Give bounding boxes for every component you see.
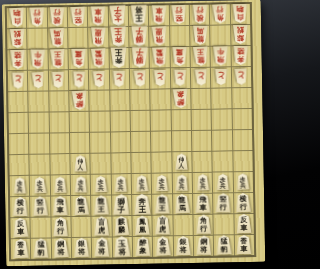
- shogi-piece[interactable]: 奔王: [133, 194, 151, 215]
- shogi-piece[interactable]: 仲人: [74, 155, 87, 171]
- shogi-piece[interactable]: 龍王: [154, 194, 170, 213]
- shogi-piece[interactable]: 歩兵: [196, 174, 210, 190]
- shogi-piece[interactable]: 歩兵: [236, 173, 250, 190]
- piece-face: と: [92, 71, 106, 87]
- square-f6-r3[interactable]: 奔王: [109, 48, 129, 68]
- square-f11-r8[interactable]: [213, 151, 233, 171]
- square-f10-r6[interactable]: [192, 110, 212, 130]
- square-f8-r11[interactable]: 盲虎: [153, 215, 173, 235]
- piece-kanji: 兵: [98, 185, 104, 191]
- piece-face: 香車: [237, 235, 253, 254]
- shogi-piece[interactable]: 歩兵: [74, 176, 87, 192]
- shogi-piece[interactable]: 麒麟: [114, 216, 130, 236]
- piece-face: 歩兵: [33, 177, 47, 194]
- square-f3-r5[interactable]: [49, 91, 69, 111]
- shogi-piece[interactable]: 横行: [12, 197, 28, 216]
- square-f5-r4[interactable]: と: [89, 69, 109, 89]
- square-f4-r6[interactable]: [70, 112, 90, 132]
- shogi-piece[interactable]: 竪行: [32, 196, 48, 216]
- piece-kanji: 行: [74, 8, 81, 15]
- shogi-piece[interactable]: 竪行: [70, 7, 86, 27]
- square-f6-r7[interactable]: [111, 132, 131, 152]
- piece-face: 歩兵: [176, 175, 189, 191]
- square-f8-r5[interactable]: [151, 89, 171, 109]
- square-f1-r7[interactable]: [9, 134, 29, 154]
- square-f12-r10[interactable]: 横行: [234, 193, 254, 213]
- shogi-piece[interactable]: 醉象: [173, 89, 189, 109]
- square-f4-r10[interactable]: 龍馬: [71, 196, 91, 216]
- square-f5-r1[interactable]: 飛車: [88, 6, 108, 26]
- square-f1-r11[interactable]: 反車: [10, 218, 30, 238]
- shogi-piece[interactable]: 仲人: [175, 154, 188, 170]
- square-f12-r5[interactable]: [232, 88, 252, 108]
- square-f6-r4[interactable]: と: [110, 69, 130, 89]
- shogi-piece[interactable]: 飛鹿: [90, 27, 106, 46]
- shogi-piece[interactable]: 鯨鯢: [9, 29, 25, 49]
- square-f10-r5[interactable]: [191, 89, 211, 109]
- piece-face: 角鷹: [71, 49, 87, 68]
- shogi-piece[interactable]: 飛牛: [213, 46, 229, 65]
- piece-face: と: [234, 68, 248, 85]
- square-f8-r2[interactable]: 飛鹿: [149, 26, 169, 46]
- shogi-piece[interactable]: 白駒: [8, 8, 24, 28]
- shogi-piece[interactable]: 飛牛: [30, 49, 46, 68]
- piece-face: と: [52, 72, 65, 88]
- square-f3-r1[interactable]: 横行: [47, 7, 67, 27]
- square-f3-r9[interactable]: 歩兵: [50, 175, 70, 195]
- square-f8-r8[interactable]: [152, 152, 172, 172]
- square-f2-r5[interactable]: [29, 91, 49, 111]
- square-f10-r12[interactable]: 銅将: [194, 236, 214, 256]
- piece-kanji: 鯨: [237, 33, 244, 40]
- piece-kanji: 行: [220, 204, 227, 211]
- piece-face: 白駒: [8, 8, 24, 28]
- shogi-piece[interactable]: 玉将: [113, 236, 131, 257]
- shogi-piece[interactable]: 龍王: [192, 46, 208, 66]
- square-f11-r7[interactable]: [212, 130, 232, 150]
- square-f8-r12[interactable]: 金将: [153, 236, 173, 256]
- piece-face: 猛豹: [216, 235, 232, 255]
- piece-kanji: 横: [54, 16, 61, 23]
- square-f3-r3[interactable]: 龍王: [48, 49, 68, 69]
- shogi-piece[interactable]: 横行: [192, 5, 208, 24]
- square-f6-r6[interactable]: [110, 111, 130, 131]
- piece-face: 飛鹿: [151, 26, 167, 46]
- square-f3-r8[interactable]: [50, 154, 70, 174]
- shogi-piece[interactable]: 奔王: [110, 26, 128, 47]
- square-f12-r12[interactable]: 香車: [234, 235, 254, 255]
- shogi-piece[interactable]: 獅子: [113, 194, 130, 215]
- square-f11-r10[interactable]: 竪行: [213, 193, 233, 213]
- shogi-piece[interactable]: 盲虎: [155, 215, 171, 234]
- shogi-piece[interactable]: 歩兵: [94, 176, 108, 192]
- shogi-piece[interactable]: 飛鷲: [152, 47, 168, 67]
- square-f7-r8[interactable]: [131, 153, 151, 173]
- piece-kanji: 飛: [34, 58, 41, 65]
- square-f1-r2[interactable]: 鯨鯢: [7, 29, 27, 49]
- piece-kanji: 将: [200, 246, 207, 253]
- square-f6-r5[interactable]: [110, 90, 130, 110]
- square-f2-r6[interactable]: [29, 112, 49, 132]
- square-f1-r9[interactable]: 歩兵: [10, 176, 30, 196]
- shogi-piece[interactable]: 猛豹: [216, 235, 232, 255]
- chu-shogi-board: 白駒角行横行竪行飛車太子王将飛車竪行横行角行白駒鯨鯢龍馬飛鹿奔王獅子飛鹿龍馬鯨鯢…: [2, 0, 266, 266]
- shogi-piece[interactable]: 角行: [53, 217, 69, 236]
- shogi-piece[interactable]: と: [31, 72, 45, 89]
- square-f5-r2[interactable]: 飛鹿: [88, 27, 108, 47]
- piece-face: 麒麟: [114, 216, 130, 236]
- shogi-piece[interactable]: 歩兵: [13, 178, 26, 194]
- square-f11-r12[interactable]: 猛豹: [214, 235, 234, 255]
- square-f5-r7[interactable]: [90, 132, 110, 152]
- piece-kanji: 行: [216, 5, 223, 13]
- square-f7-r9[interactable]: 歩兵: [132, 174, 152, 194]
- piece-kanji: 角: [177, 56, 184, 63]
- shogi-piece[interactable]: 龍馬: [73, 195, 89, 215]
- square-f9-r4[interactable]: と: [171, 68, 191, 88]
- piece-kanji: 行: [33, 9, 40, 16]
- square-f1-r10[interactable]: 横行: [10, 197, 30, 217]
- square-f1-r12[interactable]: 香車: [11, 239, 31, 259]
- square-f4-r1[interactable]: 竪行: [68, 7, 88, 27]
- square-f4-r3[interactable]: 角鷹: [69, 49, 89, 69]
- shogi-piece[interactable]: 歩兵: [176, 175, 189, 191]
- piece-face: 歩兵: [13, 178, 26, 194]
- square-f4-r4[interactable]: と: [69, 70, 89, 90]
- shogi-piece[interactable]: 歩兵: [115, 176, 128, 192]
- piece-face: 飛車: [90, 7, 106, 26]
- square-f4-r7[interactable]: [70, 133, 90, 153]
- shogi-piece[interactable]: 香車: [13, 239, 29, 259]
- shogi-piece[interactable]: 歩兵: [54, 177, 67, 193]
- shogi-piece[interactable]: と: [215, 69, 228, 85]
- piece-kanji: 凰: [139, 226, 146, 233]
- shogi-piece[interactable]: 鳳凰: [134, 216, 150, 235]
- shogi-piece[interactable]: 龍馬: [174, 194, 190, 214]
- shogi-piece[interactable]: 飛鷲: [90, 48, 106, 68]
- piece-kanji: 横: [196, 13, 203, 20]
- square-f8-r4[interactable]: と: [150, 68, 170, 88]
- square-f4-r11[interactable]: [71, 217, 91, 237]
- piece-kanji: 牛: [217, 48, 224, 55]
- piece-kanji: 鯨: [13, 37, 20, 44]
- square-f9-r7[interactable]: [172, 131, 192, 151]
- piece-kanji: と: [34, 75, 43, 84]
- square-f9-r10[interactable]: 龍馬: [173, 194, 193, 214]
- shogi-piece[interactable]: 獅子: [131, 47, 148, 68]
- piece-kanji: 車: [17, 249, 24, 256]
- square-f6-r12[interactable]: 玉将: [112, 237, 132, 257]
- shogi-piece[interactable]: 横行: [49, 7, 65, 26]
- piece-kanji: と: [14, 76, 22, 84]
- square-f4-r12[interactable]: 銀将: [72, 238, 92, 258]
- shogi-piece[interactable]: 奔王: [110, 47, 127, 68]
- square-f6-r9[interactable]: 歩兵: [111, 174, 131, 194]
- square-f5-r12[interactable]: 金将: [92, 237, 112, 257]
- shogi-piece[interactable]: 歩兵: [33, 177, 47, 194]
- square-f2-r4[interactable]: と: [28, 70, 48, 90]
- square-f5-r10[interactable]: 龍王: [91, 195, 111, 215]
- square-f7-r7[interactable]: [131, 132, 151, 152]
- square-f9-r2[interactable]: [170, 26, 190, 46]
- square-f2-r9[interactable]: 歩兵: [30, 175, 50, 195]
- square-f1-r8[interactable]: [9, 155, 29, 175]
- piece-kanji: 飛: [95, 57, 102, 65]
- square-f9-r3[interactable]: 角鷹: [170, 47, 190, 67]
- shogi-piece[interactable]: と: [234, 68, 248, 85]
- square-f4-r9[interactable]: 歩兵: [71, 175, 91, 195]
- shogi-piece[interactable]: 横行: [235, 193, 251, 213]
- square-f3-r12[interactable]: 銅将: [51, 238, 71, 258]
- square-f12-r9[interactable]: 歩兵: [233, 172, 253, 192]
- shogi-piece[interactable]: 龍馬: [49, 28, 65, 48]
- square-f12-r1[interactable]: 白駒: [230, 4, 250, 24]
- square-f6-r1[interactable]: 太子: [108, 6, 128, 26]
- shogi-piece[interactable]: 醉象: [71, 91, 87, 111]
- square-f4-r2[interactable]: [68, 28, 88, 48]
- piece-kanji: 車: [17, 228, 24, 236]
- square-f12-r7[interactable]: [233, 130, 253, 150]
- square-f10-r7[interactable]: [192, 131, 212, 151]
- square-f10-r9[interactable]: 歩兵: [193, 173, 213, 193]
- square-f11-r5[interactable]: [212, 88, 232, 108]
- piece-kanji: 馬: [77, 206, 84, 214]
- shogi-piece[interactable]: 香車: [237, 235, 253, 254]
- square-f1-r1[interactable]: 白駒: [7, 8, 27, 28]
- shogi-piece[interactable]: 銅将: [196, 236, 212, 255]
- square-f3-r10[interactable]: 飛車: [51, 196, 71, 216]
- square-f9-r6[interactable]: [171, 110, 191, 130]
- square-f3-r7[interactable]: [50, 133, 70, 153]
- square-f1-r3[interactable]: 奔猪: [8, 50, 28, 70]
- square-f4-r5[interactable]: 醉象: [69, 91, 89, 111]
- piece-face: 醉象: [71, 91, 87, 111]
- shogi-piece[interactable]: 太子: [109, 5, 127, 26]
- shogi-piece[interactable]: 角鷹: [172, 47, 188, 66]
- square-f10-r3[interactable]: 龍王: [191, 47, 211, 67]
- square-f10-r10[interactable]: 飛車: [193, 194, 213, 214]
- square-f1-r4[interactable]: と: [8, 71, 28, 91]
- piece-kanji: 龍: [197, 55, 204, 63]
- shogi-piece[interactable]: 角行: [29, 7, 45, 26]
- square-f2-r10[interactable]: 竪行: [30, 196, 50, 216]
- square-f9-r11[interactable]: [173, 215, 193, 235]
- shogi-piece[interactable]: 竪行: [215, 193, 231, 212]
- square-f7-r4[interactable]: と: [130, 69, 150, 89]
- shogi-piece[interactable]: 反車: [236, 214, 252, 233]
- square-f3-r6[interactable]: [49, 112, 69, 132]
- shogi-piece[interactable]: 龍馬: [192, 26, 208, 45]
- square-f5-r11[interactable]: 盲虎: [92, 216, 112, 236]
- piece-kanji: 将: [135, 6, 143, 14]
- square-f9-r12[interactable]: 銀将: [173, 236, 193, 256]
- square-f1-r5[interactable]: [8, 92, 28, 112]
- square-f8-r10[interactable]: 龍王: [152, 194, 172, 214]
- piece-kanji: 象: [75, 92, 82, 100]
- square-f4-r8[interactable]: 仲人: [70, 154, 90, 174]
- shogi-piece[interactable]: と: [133, 70, 147, 87]
- piece-face: 盲虎: [94, 216, 110, 235]
- square-f11-r4[interactable]: と: [211, 67, 231, 87]
- piece-kanji: 象: [139, 247, 146, 254]
- shogi-piece[interactable]: 龍王: [50, 49, 66, 69]
- shogi-piece[interactable]: 飛車: [151, 5, 167, 24]
- square-f9-r8[interactable]: 仲人: [172, 152, 192, 172]
- piece-kanji: と: [135, 73, 144, 82]
- shogi-piece[interactable]: 猛豹: [33, 239, 49, 258]
- square-f12-r11[interactable]: 反車: [234, 214, 254, 234]
- shogi-piece[interactable]: 反車: [12, 218, 28, 238]
- square-f7-r1[interactable]: 王将: [129, 6, 149, 26]
- square-f6-r2[interactable]: 奔王: [109, 27, 129, 47]
- shogi-piece[interactable]: 飛車: [195, 194, 211, 213]
- piece-kanji: 兵: [220, 183, 226, 189]
- shogi-piece[interactable]: 醉象: [135, 237, 151, 256]
- square-f11-r3[interactable]: 飛牛: [211, 46, 231, 66]
- shogi-piece[interactable]: 銅将: [53, 238, 69, 258]
- shogi-piece[interactable]: 歩兵: [155, 175, 168, 191]
- piece-kanji: 醉: [177, 97, 184, 105]
- piece-kanji: 兵: [179, 184, 185, 190]
- square-f7-r10[interactable]: 奔王: [132, 195, 152, 215]
- square-f2-r11[interactable]: [31, 217, 51, 237]
- square-f11-r11[interactable]: [214, 214, 234, 234]
- piece-kanji: 醉: [76, 99, 83, 107]
- piece-face: 飛車: [53, 196, 69, 215]
- square-f12-r6[interactable]: [232, 109, 252, 129]
- piece-face: 角行: [29, 7, 45, 26]
- square-f12-r3[interactable]: 奔猪: [231, 46, 251, 66]
- square-f3-r4[interactable]: と: [49, 70, 69, 90]
- square-f5-r5[interactable]: [90, 90, 110, 110]
- piece-kanji: 鷲: [95, 50, 102, 58]
- shogi-piece[interactable]: 角行: [195, 215, 211, 234]
- shogi-piece[interactable]: 飛車: [53, 196, 69, 215]
- piece-kanji: 鹿: [95, 29, 102, 36]
- square-f5-r3[interactable]: 飛鷲: [89, 48, 109, 68]
- shogi-piece[interactable]: 奔猪: [9, 50, 25, 69]
- square-f7-r3[interactable]: 獅子: [130, 48, 150, 68]
- square-f12-r2[interactable]: 鯨鯢: [231, 25, 251, 45]
- square-f6-r10[interactable]: 獅子: [112, 195, 132, 215]
- piece-face: 獅子: [130, 26, 147, 47]
- shogi-piece[interactable]: 飛車: [90, 7, 106, 26]
- piece-face: 王将: [130, 5, 147, 26]
- square-f2-r12[interactable]: 猛豹: [31, 238, 51, 258]
- piece-face: 角鷹: [172, 47, 188, 66]
- square-f10-r11[interactable]: 角行: [193, 215, 213, 235]
- square-f10-r1[interactable]: 横行: [190, 5, 210, 25]
- square-f2-r7[interactable]: [29, 133, 49, 153]
- square-f2-r1[interactable]: 角行: [27, 8, 47, 28]
- square-f12-r4[interactable]: と: [232, 67, 252, 87]
- square-f6-r8[interactable]: [111, 153, 131, 173]
- shogi-piece[interactable]: 奔猪: [233, 46, 249, 65]
- square-f12-r8[interactable]: [233, 151, 253, 171]
- square-f8-r1[interactable]: 飛車: [149, 5, 169, 25]
- shogi-piece[interactable]: 歩兵: [135, 175, 149, 192]
- square-f9-r5[interactable]: 醉象: [171, 89, 191, 109]
- square-f11-r9[interactable]: 歩兵: [213, 172, 233, 192]
- square-f7-r5[interactable]: [130, 90, 150, 110]
- shogi-piece[interactable]: と: [11, 73, 24, 89]
- square-f11-r2[interactable]: [210, 25, 230, 45]
- square-f3-r11[interactable]: 角行: [51, 217, 71, 237]
- piece-face: 猛豹: [33, 239, 49, 258]
- square-f7-r12[interactable]: 醉象: [133, 237, 153, 257]
- shogi-piece[interactable]: と: [113, 71, 126, 87]
- square-f3-r2[interactable]: 龍馬: [48, 28, 68, 48]
- square-f5-r6[interactable]: [90, 111, 110, 131]
- shogi-piece[interactable]: 獅子: [130, 26, 147, 47]
- square-f10-r8[interactable]: [192, 152, 212, 172]
- square-f11-r1[interactable]: 角行: [210, 4, 230, 24]
- shogi-piece[interactable]: と: [92, 71, 106, 87]
- shogi-piece[interactable]: と: [194, 69, 208, 85]
- piece-face: 白駒: [232, 4, 248, 23]
- piece-kanji: 白: [13, 16, 20, 24]
- square-f2-r3[interactable]: 飛牛: [28, 49, 48, 69]
- square-f2-r8[interactable]: [30, 154, 50, 174]
- square-f2-r2[interactable]: [27, 28, 47, 48]
- shogi-piece[interactable]: 龍王: [93, 195, 109, 214]
- square-f7-r11[interactable]: 鳳凰: [132, 216, 152, 236]
- square-f9-r9[interactable]: 歩兵: [172, 173, 192, 193]
- shogi-piece[interactable]: 角行: [212, 4, 228, 24]
- piece-kanji: 駒: [13, 9, 20, 17]
- square-f5-r8[interactable]: [91, 153, 111, 173]
- shogi-piece[interactable]: と: [72, 71, 85, 87]
- shogi-piece[interactable]: 歩兵: [216, 174, 229, 190]
- shogi-piece[interactable]: 飛鹿: [151, 26, 167, 46]
- piece-kanji: 兵: [78, 185, 84, 191]
- square-f8-r3[interactable]: 飛鷲: [150, 47, 170, 67]
- shogi-piece[interactable]: 鯨鯢: [233, 25, 249, 44]
- piece-face: 銅将: [53, 238, 69, 258]
- square-f7-r6[interactable]: [131, 111, 151, 131]
- piece-kanji: 王: [115, 48, 123, 56]
- square-f8-r6[interactable]: [151, 110, 171, 130]
- shogi-piece[interactable]: 金将: [94, 237, 110, 256]
- square-f8-r7[interactable]: [151, 131, 171, 151]
- shogi-piece[interactable]: と: [52, 72, 65, 88]
- square-f10-r4[interactable]: と: [191, 68, 211, 88]
- square-f7-r2[interactable]: 獅子: [129, 27, 149, 47]
- square-f10-r2[interactable]: 龍馬: [190, 26, 210, 46]
- square-f11-r6[interactable]: [212, 109, 232, 129]
- shogi-piece[interactable]: 金将: [155, 236, 171, 256]
- piece-face: 奔猪: [9, 50, 25, 69]
- shogi-piece[interactable]: 銀将: [74, 238, 90, 257]
- shogi-piece[interactable]: 銀将: [175, 236, 191, 255]
- shogi-piece[interactable]: と: [174, 70, 187, 86]
- piece-kanji: 子: [114, 6, 122, 14]
- square-f8-r9[interactable]: 歩兵: [152, 173, 172, 193]
- shogi-piece[interactable]: と: [153, 70, 166, 86]
- piece-face: 奔猪: [233, 46, 249, 65]
- square-f5-r9[interactable]: 歩兵: [91, 174, 111, 194]
- square-f1-r6[interactable]: [9, 113, 29, 133]
- square-f9-r1[interactable]: 竪行: [169, 5, 189, 25]
- shogi-piece[interactable]: 角鷹: [71, 49, 87, 68]
- square-f6-r11[interactable]: 麒麟: [112, 216, 132, 236]
- piece-face: 香車: [13, 239, 29, 259]
- shogi-piece[interactable]: 白駒: [232, 4, 248, 23]
- shogi-piece[interactable]: 盲虎: [94, 216, 110, 235]
- piece-kanji: 車: [57, 207, 64, 214]
- shogi-piece[interactable]: 王将: [130, 5, 147, 26]
- shogi-piece[interactable]: 竪行: [171, 5, 187, 25]
